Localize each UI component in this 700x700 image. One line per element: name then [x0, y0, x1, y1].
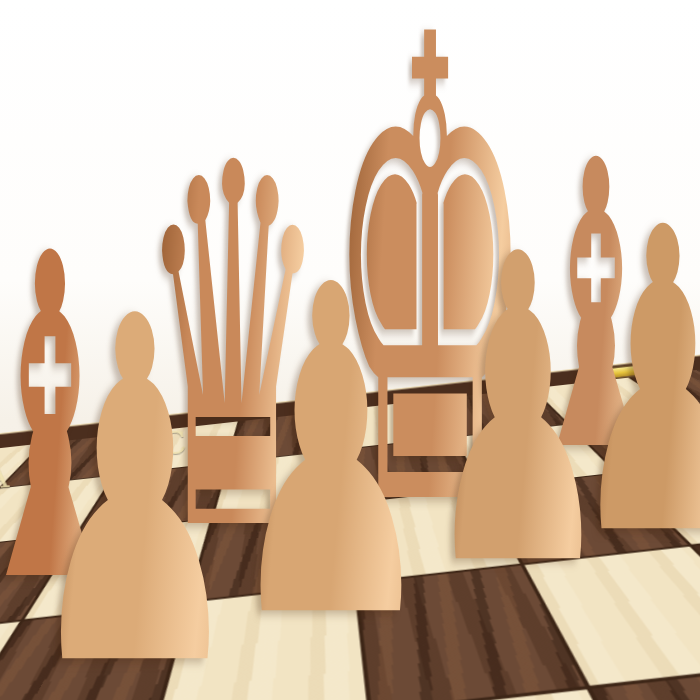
white-pawn-mid-right[interactable]: ♟ — [423, 200, 613, 623]
white-pawn-front[interactable]: ♟ — [226, 228, 437, 680]
white-pawn-left[interactable]: ♟ — [24, 256, 245, 700]
chess-photo-scene: A C ♝ ♚ ♛ ♟ ♟ ♝ ♟ ♟ — [0, 0, 700, 700]
